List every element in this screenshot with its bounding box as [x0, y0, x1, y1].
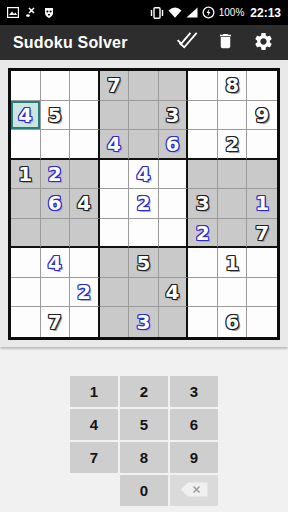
- cell-r1c8[interactable]: 8: [218, 71, 248, 101]
- board-panel: 784539462124642312745124736: [0, 60, 288, 347]
- cell-r9c5[interactable]: 3: [129, 307, 159, 337]
- battery-saver-icon: [202, 6, 215, 19]
- cell-r4c6[interactable]: [159, 160, 189, 190]
- cell-r2c1[interactable]: 4: [11, 101, 41, 131]
- cell-r6c2[interactable]: [41, 219, 71, 249]
- cell-r1c1[interactable]: [11, 71, 41, 101]
- cell-r8c9[interactable]: [247, 278, 277, 308]
- missed-call-icon: [25, 7, 37, 18]
- cell-r7c8[interactable]: 1: [218, 248, 248, 278]
- cell-r4c9[interactable]: [247, 160, 277, 190]
- cell-r8c8[interactable]: [218, 278, 248, 308]
- cell-r7c7[interactable]: [188, 248, 218, 278]
- status-left-icons: [7, 7, 55, 19]
- cell-r7c4[interactable]: [100, 248, 130, 278]
- cell-r8c2[interactable]: [41, 278, 71, 308]
- cell-r4c4[interactable]: [100, 160, 130, 190]
- settings-button[interactable]: [251, 29, 276, 57]
- cell-r2c9[interactable]: 9: [247, 101, 277, 131]
- key-9[interactable]: 9: [170, 442, 218, 473]
- cell-r4c3[interactable]: [70, 160, 100, 190]
- double-check-icon: [172, 31, 198, 54]
- cell-r9c8[interactable]: 6: [218, 307, 248, 337]
- clock: 22:13: [250, 6, 281, 20]
- key-2[interactable]: 2: [120, 376, 168, 407]
- cell-r9c6[interactable]: [159, 307, 189, 337]
- cell-r9c2[interactable]: 7: [41, 307, 71, 337]
- cell-r2c6[interactable]: 3: [159, 101, 189, 131]
- clear-button[interactable]: [214, 29, 237, 56]
- wifi-icon: [168, 7, 182, 18]
- cell-r9c7[interactable]: [188, 307, 218, 337]
- battery-percent: 100%: [219, 7, 245, 18]
- cell-r6c6[interactable]: [159, 219, 189, 249]
- cell-r5c3[interactable]: 4: [70, 189, 100, 219]
- cell-r8c4[interactable]: [100, 278, 130, 308]
- cell-r6c9[interactable]: 7: [247, 219, 277, 249]
- cell-r6c1[interactable]: [11, 219, 41, 249]
- key-5[interactable]: 5: [120, 409, 168, 440]
- cell-r3c6[interactable]: 6: [159, 130, 189, 160]
- cell-r9c4[interactable]: [100, 307, 130, 337]
- key-7[interactable]: 7: [70, 442, 118, 473]
- cell-r2c5[interactable]: [129, 101, 159, 131]
- key-3[interactable]: 3: [170, 376, 218, 407]
- cell-r8c3[interactable]: 2: [70, 278, 100, 308]
- cell-r5c1[interactable]: [11, 189, 41, 219]
- cid-robot-icon: [43, 7, 55, 19]
- key-4[interactable]: 4: [70, 409, 118, 440]
- vibrate-icon: [150, 7, 164, 19]
- cell-r6c5[interactable]: [129, 219, 159, 249]
- cell-r7c9[interactable]: [247, 248, 277, 278]
- cell-r6c7[interactable]: 2: [188, 219, 218, 249]
- cell-r8c6[interactable]: 4: [159, 278, 189, 308]
- solve-button[interactable]: [170, 29, 200, 56]
- backspace-icon: [180, 482, 208, 500]
- cell-r4c8[interactable]: [218, 160, 248, 190]
- cell-r5c4[interactable]: [100, 189, 130, 219]
- cell-r6c8[interactable]: [218, 219, 248, 249]
- cell-r4c1[interactable]: 1: [11, 160, 41, 190]
- app-bar-actions: [170, 29, 276, 57]
- cell-r5c7[interactable]: 3: [188, 189, 218, 219]
- status-right: 100% 22:13: [150, 6, 281, 20]
- cell-r5c2[interactable]: 6: [41, 189, 71, 219]
- cell-r7c5[interactable]: 5: [129, 248, 159, 278]
- cell-r3c4[interactable]: 4: [100, 130, 130, 160]
- app-bar: Sudoku Solver: [0, 25, 288, 60]
- cell-r2c7[interactable]: [188, 101, 218, 131]
- cell-signal-icon: [186, 7, 198, 18]
- trash-icon: [216, 31, 235, 54]
- key-6[interactable]: 6: [170, 409, 218, 440]
- cell-r4c7[interactable]: [188, 160, 218, 190]
- status-bar: 100% 22:13: [0, 0, 288, 25]
- cell-r1c3[interactable]: [70, 71, 100, 101]
- cell-r8c1[interactable]: [11, 278, 41, 308]
- cell-r3c1[interactable]: [11, 130, 41, 160]
- cell-r9c1[interactable]: [11, 307, 41, 337]
- cell-r7c6[interactable]: [159, 248, 189, 278]
- backspace-button[interactable]: [170, 475, 218, 506]
- cell-r1c6[interactable]: [159, 71, 189, 101]
- screen: 100% 22:13 Sudoku Solver: [0, 0, 288, 512]
- cell-r6c4[interactable]: [100, 219, 130, 249]
- cell-r1c2[interactable]: [41, 71, 71, 101]
- cell-r5c8[interactable]: [218, 189, 248, 219]
- cell-r1c9[interactable]: [247, 71, 277, 101]
- gear-icon: [253, 31, 274, 55]
- cell-r1c7[interactable]: [188, 71, 218, 101]
- cell-r6c3[interactable]: [70, 219, 100, 249]
- page-title: Sudoku Solver: [13, 34, 128, 52]
- cell-r1c5[interactable]: [129, 71, 159, 101]
- numpad: 1 2 3 4 5 6 7 8 9 0: [70, 376, 218, 506]
- cell-r3c2[interactable]: [41, 130, 71, 160]
- cell-r2c4[interactable]: [100, 101, 130, 131]
- cell-r9c9[interactable]: [247, 307, 277, 337]
- cell-r3c5[interactable]: [129, 130, 159, 160]
- key-0[interactable]: 0: [120, 475, 168, 506]
- cell-r2c3[interactable]: [70, 101, 100, 131]
- cell-r9c3[interactable]: [70, 307, 100, 337]
- cell-r2c8[interactable]: [218, 101, 248, 131]
- cell-r7c1[interactable]: [11, 248, 41, 278]
- cell-r8c7[interactable]: [188, 278, 218, 308]
- cell-r4c2[interactable]: 2: [41, 160, 71, 190]
- cell-r3c3[interactable]: [70, 130, 100, 160]
- cell-r1c4[interactable]: 7: [100, 71, 130, 101]
- screenshot-icon: [7, 7, 19, 18]
- cell-r7c3[interactable]: [70, 248, 100, 278]
- cell-r5c9[interactable]: 1: [247, 189, 277, 219]
- cell-r5c5[interactable]: 2: [129, 189, 159, 219]
- cell-r7c2[interactable]: 4: [41, 248, 71, 278]
- key-8[interactable]: 8: [120, 442, 168, 473]
- cell-r8c5[interactable]: [129, 278, 159, 308]
- cell-r2c2[interactable]: 5: [41, 101, 71, 131]
- cell-r3c8[interactable]: 2: [218, 130, 248, 160]
- sudoku-board: 784539462124642312745124736: [8, 68, 280, 340]
- cell-r3c7[interactable]: [188, 130, 218, 160]
- cell-r4c5[interactable]: 4: [129, 160, 159, 190]
- key-1[interactable]: 1: [70, 376, 118, 407]
- cell-r5c6[interactable]: [159, 189, 189, 219]
- cell-r3c9[interactable]: [247, 130, 277, 160]
